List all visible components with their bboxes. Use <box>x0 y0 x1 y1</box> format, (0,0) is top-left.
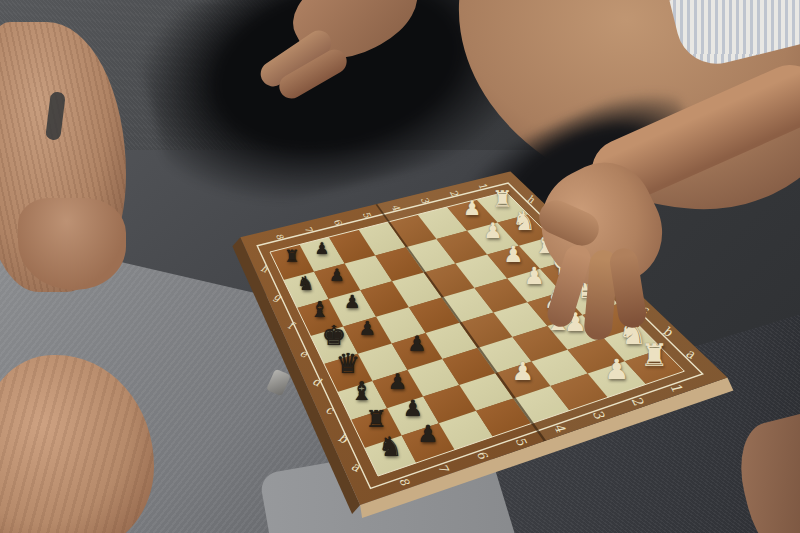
photo-scene: 88hh77gg66ff55ee44dd33cc22bb11aa ♞♜♝♛♚♝♞… <box>0 0 800 533</box>
chess-board: 88hh77gg66ff55ee44dd33cc22bb11aa <box>0 0 800 533</box>
